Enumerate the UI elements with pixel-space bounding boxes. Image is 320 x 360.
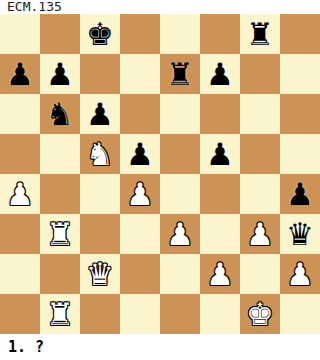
square-a4[interactable]: ♟ <box>0 174 40 214</box>
square-e2[interactable] <box>160 254 200 294</box>
square-b3[interactable]: ♜ <box>40 214 80 254</box>
square-a8[interactable] <box>0 14 40 54</box>
square-h2[interactable]: ♟ <box>280 254 320 294</box>
piece-wQ-c2[interactable]: ♛ <box>86 254 114 294</box>
square-g8[interactable]: ♜ <box>240 14 280 54</box>
piece-bR-g8[interactable]: ♜ <box>246 14 274 54</box>
square-a5[interactable] <box>0 134 40 174</box>
square-h8[interactable] <box>280 14 320 54</box>
square-b5[interactable] <box>40 134 80 174</box>
square-f2[interactable]: ♟ <box>200 254 240 294</box>
square-a3[interactable] <box>0 214 40 254</box>
square-c1[interactable] <box>80 294 120 334</box>
square-c8[interactable]: ♚ <box>80 14 120 54</box>
square-d7[interactable] <box>120 54 160 94</box>
piece-wP-e3[interactable]: ♟ <box>166 214 194 254</box>
square-b2[interactable] <box>40 254 80 294</box>
diagram-title: ECM.135 <box>7 0 62 14</box>
piece-wP-a4[interactable]: ♟ <box>6 174 34 214</box>
square-b6[interactable]: ♞ <box>40 94 80 134</box>
square-b1[interactable]: ♜ <box>40 294 80 334</box>
piece-bP-c6[interactable]: ♟ <box>86 94 114 134</box>
piece-bK-c8[interactable]: ♚ <box>86 14 114 54</box>
square-c7[interactable] <box>80 54 120 94</box>
square-c4[interactable] <box>80 174 120 214</box>
piece-bP-a7[interactable]: ♟ <box>6 54 34 94</box>
piece-bR-e7[interactable]: ♜ <box>166 54 194 94</box>
square-e1[interactable] <box>160 294 200 334</box>
square-a2[interactable] <box>0 254 40 294</box>
chess-board: ♚♜♟♟♜♟♞♟♞♟♟♟♟♟♜♟♟♛♛♟♟♜♚ <box>0 14 320 334</box>
piece-bP-f5[interactable]: ♟ <box>206 134 234 174</box>
square-b4[interactable] <box>40 174 80 214</box>
square-e5[interactable] <box>160 134 200 174</box>
piece-wK-g1[interactable]: ♚ <box>246 294 274 334</box>
piece-bP-h4[interactable]: ♟ <box>286 174 314 214</box>
piece-bP-f7[interactable]: ♟ <box>206 54 234 94</box>
square-e3[interactable]: ♟ <box>160 214 200 254</box>
square-h3[interactable]: ♛ <box>280 214 320 254</box>
piece-wR-b3[interactable]: ♜ <box>46 214 74 254</box>
square-f3[interactable] <box>200 214 240 254</box>
piece-wP-g3[interactable]: ♟ <box>246 214 274 254</box>
piece-wP-f2[interactable]: ♟ <box>206 254 234 294</box>
square-h7[interactable] <box>280 54 320 94</box>
square-e4[interactable] <box>160 174 200 214</box>
square-d4[interactable]: ♟ <box>120 174 160 214</box>
square-h1[interactable] <box>280 294 320 334</box>
square-a1[interactable] <box>0 294 40 334</box>
square-c5[interactable]: ♞ <box>80 134 120 174</box>
square-f8[interactable] <box>200 14 240 54</box>
square-h6[interactable] <box>280 94 320 134</box>
square-h4[interactable]: ♟ <box>280 174 320 214</box>
square-f1[interactable] <box>200 294 240 334</box>
square-g7[interactable] <box>240 54 280 94</box>
square-a7[interactable]: ♟ <box>0 54 40 94</box>
square-c2[interactable]: ♛ <box>80 254 120 294</box>
square-d3[interactable] <box>120 214 160 254</box>
square-d2[interactable] <box>120 254 160 294</box>
square-g3[interactable]: ♟ <box>240 214 280 254</box>
square-c6[interactable]: ♟ <box>80 94 120 134</box>
square-a6[interactable] <box>0 94 40 134</box>
piece-bN-b6[interactable]: ♞ <box>46 94 74 134</box>
square-d6[interactable] <box>120 94 160 134</box>
piece-bP-b7[interactable]: ♟ <box>46 54 74 94</box>
square-g6[interactable] <box>240 94 280 134</box>
piece-bP-d5[interactable]: ♟ <box>126 134 154 174</box>
square-c3[interactable] <box>80 214 120 254</box>
square-f5[interactable]: ♟ <box>200 134 240 174</box>
square-e8[interactable] <box>160 14 200 54</box>
square-g5[interactable] <box>240 134 280 174</box>
square-d8[interactable] <box>120 14 160 54</box>
square-d5[interactable]: ♟ <box>120 134 160 174</box>
square-f4[interactable] <box>200 174 240 214</box>
square-d1[interactable] <box>120 294 160 334</box>
piece-wP-h2[interactable]: ♟ <box>286 254 314 294</box>
piece-wR-b1[interactable]: ♜ <box>46 294 74 334</box>
piece-bQ-h3[interactable]: ♛ <box>286 214 314 254</box>
square-f7[interactable]: ♟ <box>200 54 240 94</box>
square-e7[interactable]: ♜ <box>160 54 200 94</box>
square-b7[interactable]: ♟ <box>40 54 80 94</box>
square-g2[interactable] <box>240 254 280 294</box>
square-h5[interactable] <box>280 134 320 174</box>
square-e6[interactable] <box>160 94 200 134</box>
piece-wN-c5[interactable]: ♞ <box>86 134 114 174</box>
square-g4[interactable] <box>240 174 280 214</box>
square-f6[interactable] <box>200 94 240 134</box>
square-b8[interactable] <box>40 14 80 54</box>
square-g1[interactable]: ♚ <box>240 294 280 334</box>
move-prompt: 1. ? <box>8 337 44 357</box>
piece-wP-d4[interactable]: ♟ <box>126 174 154 214</box>
